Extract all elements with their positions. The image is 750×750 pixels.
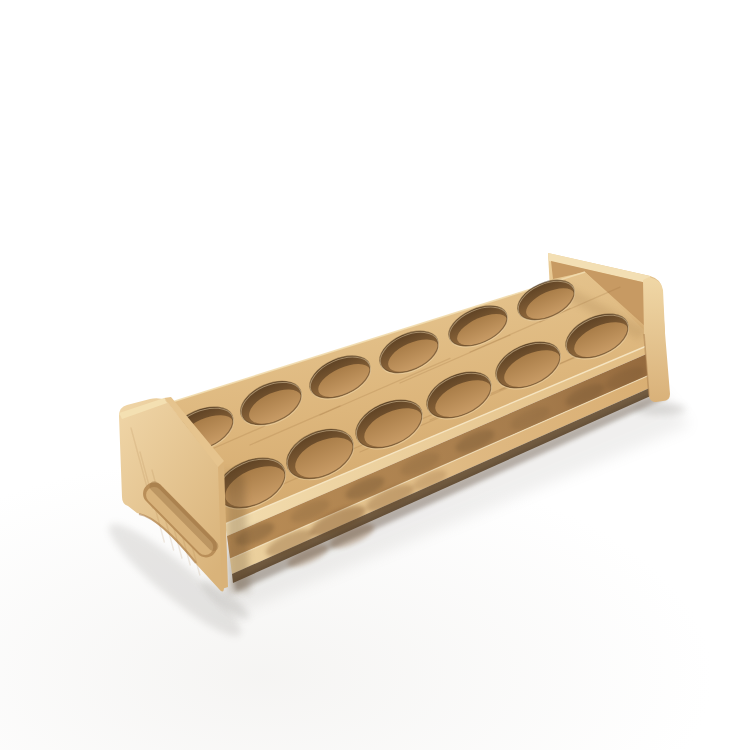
photo-canvas bbox=[0, 0, 750, 750]
product-photo bbox=[0, 0, 750, 750]
